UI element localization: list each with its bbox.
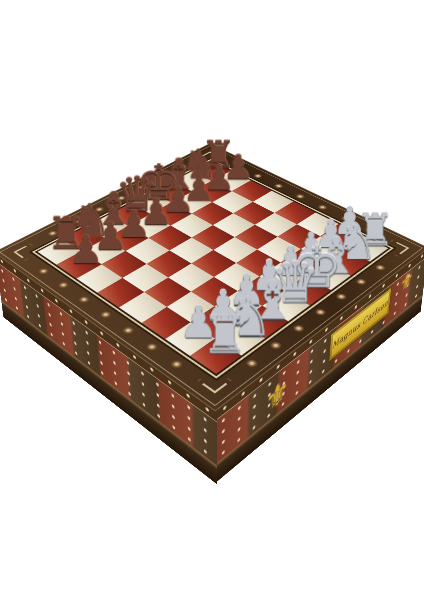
piece-silver-rook[interactable]: ♜ bbox=[201, 310, 247, 362]
product-photo-scene: ♜♞♝♛♚♝♞♜♟♟♟♟♟♟♟♟♟♟♟♟♟♟♟♟♜♞♝♛♚♝♞♜ ⚜ Magnu… bbox=[0, 0, 424, 600]
chess-board: ♜♞♝♛♚♝♞♜♟♟♟♟♟♟♟♟♟♟♟♟♟♟♟♟♜♞♝♛♚♝♞♜ ⚜ Magnu… bbox=[0, 143, 424, 411]
frame-corner-inlay bbox=[202, 375, 228, 393]
piece-copper-pawn[interactable]: ♟ bbox=[68, 230, 103, 269]
frame-corner-inlay bbox=[13, 246, 34, 259]
